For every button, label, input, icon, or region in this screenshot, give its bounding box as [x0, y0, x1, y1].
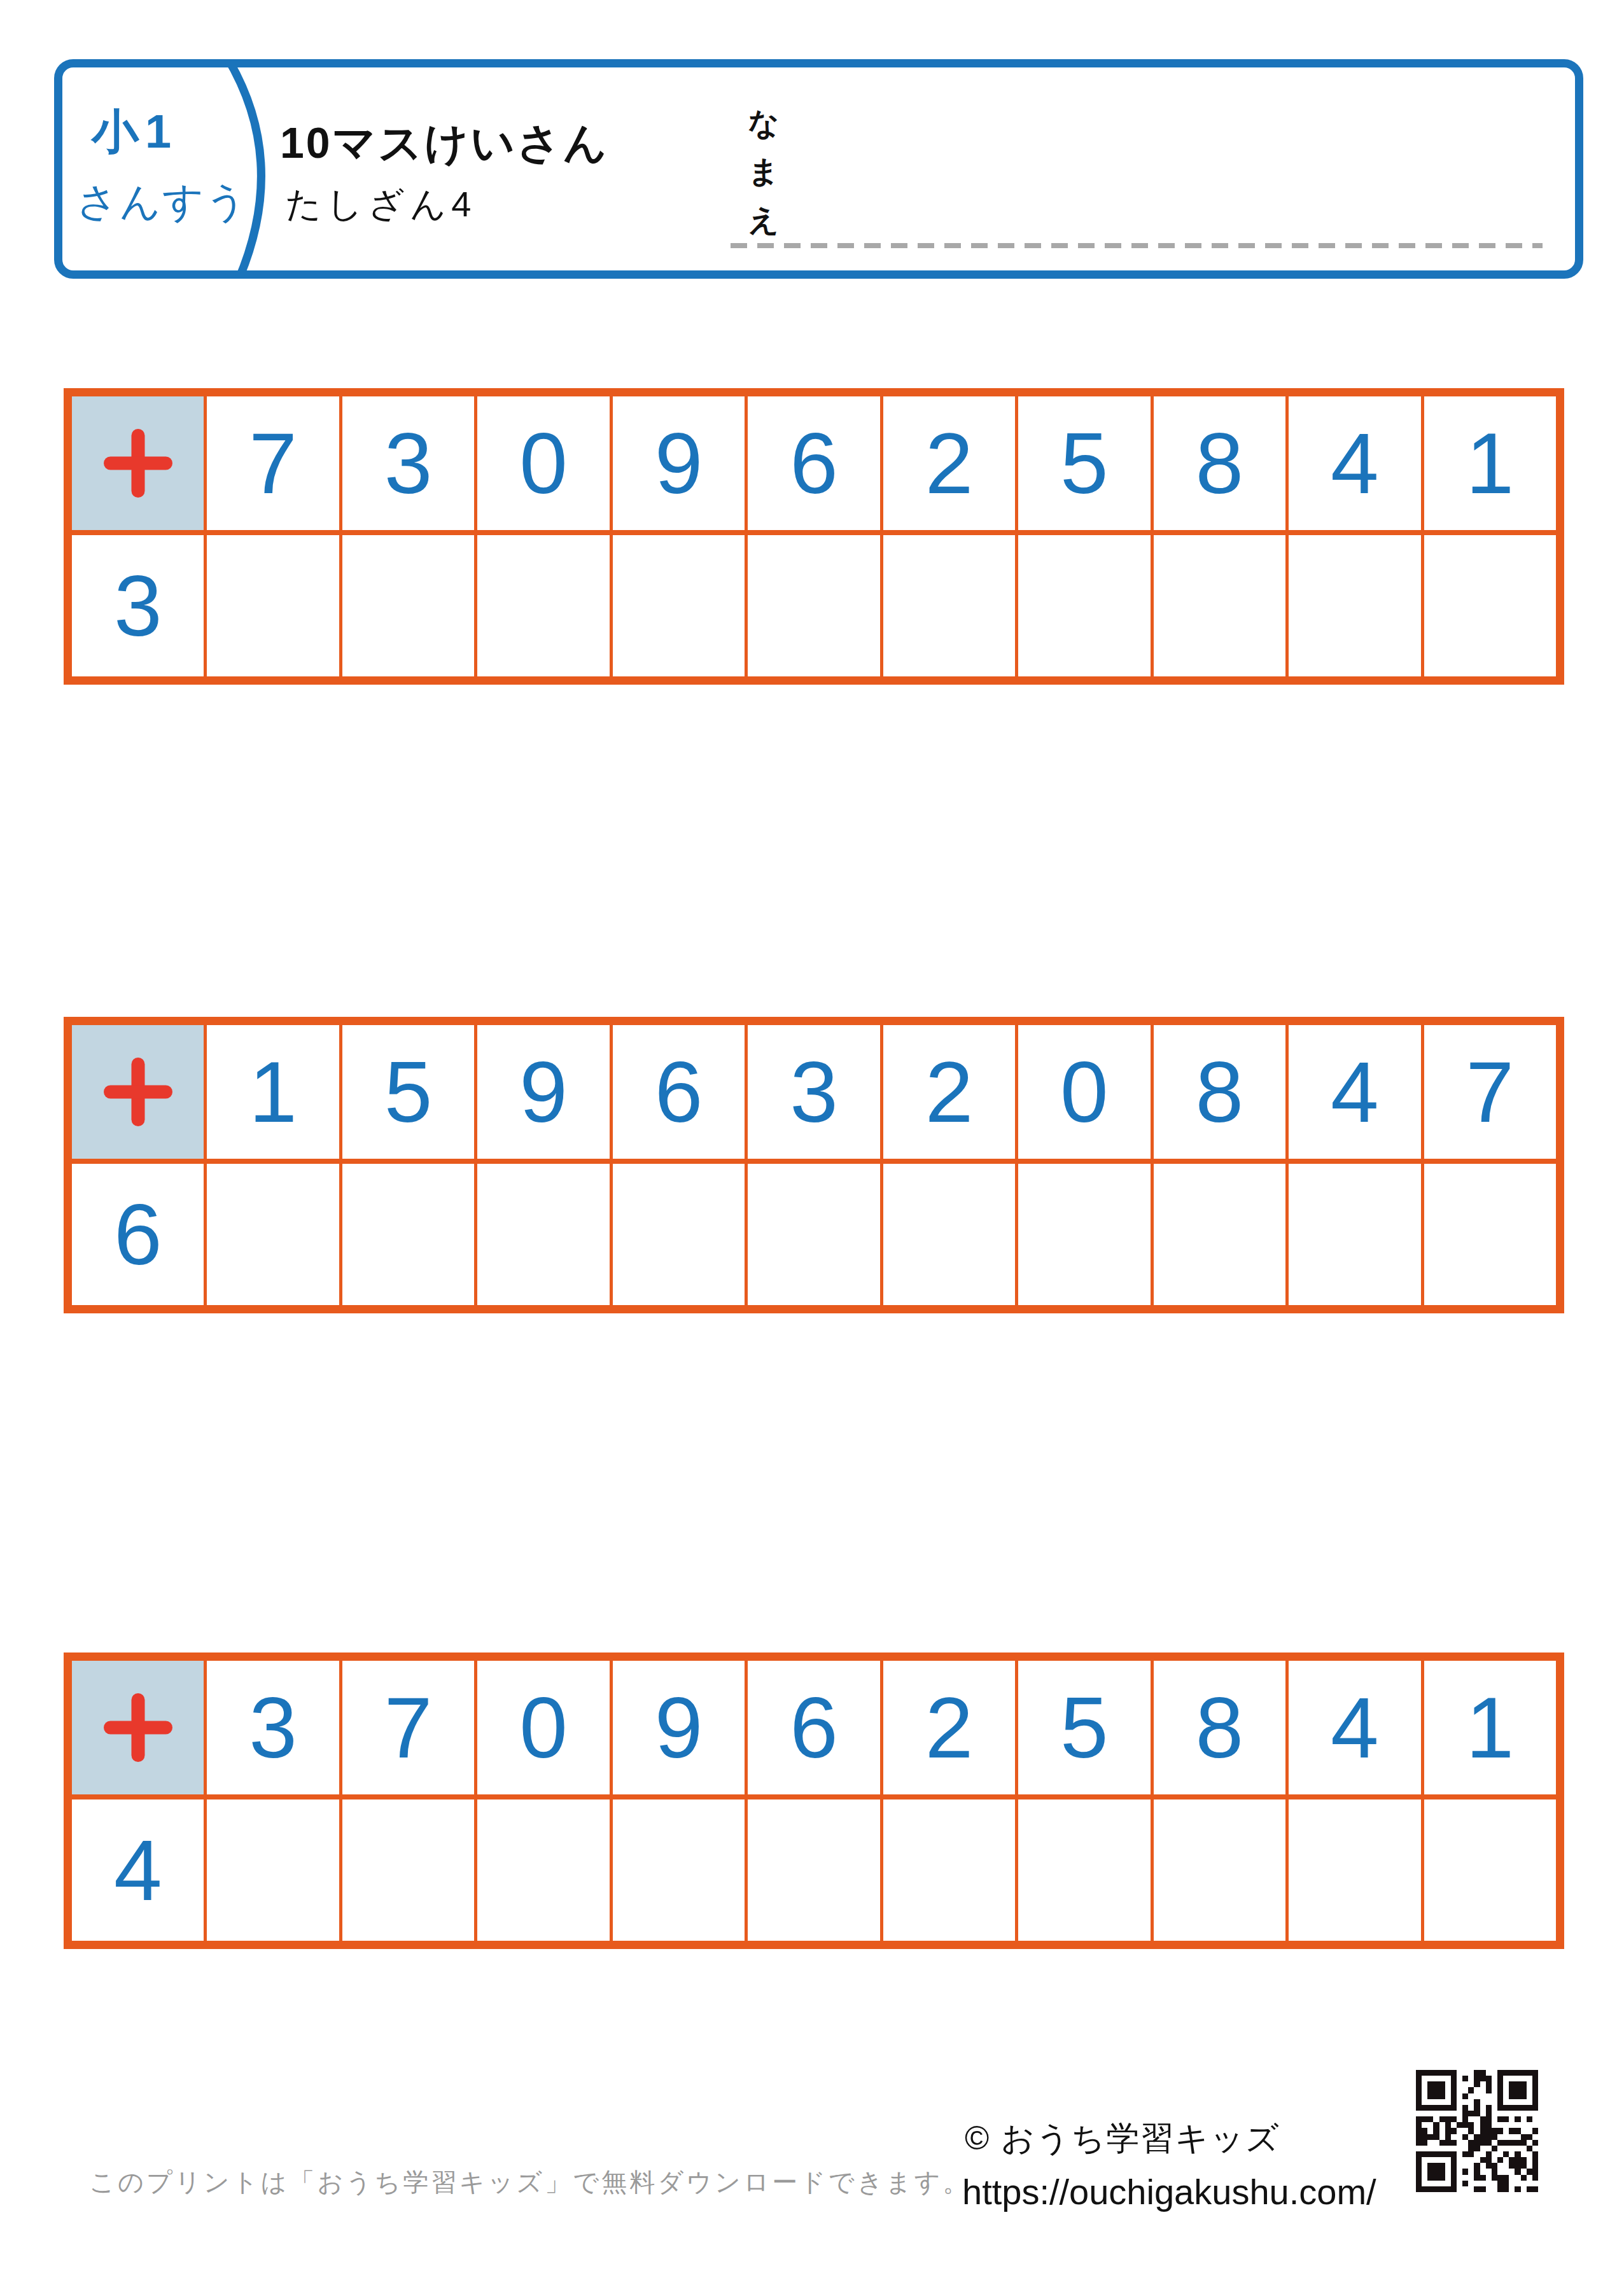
worksheet-page: 小1 さんすう 10マスけいさん たしざん4 な ま え 73096258413… — [0, 0, 1624, 2278]
answer-cell[interactable] — [613, 1164, 745, 1305]
top-number-cell: 9 — [613, 396, 745, 530]
top-number-cell: 4 — [1289, 396, 1420, 530]
plus-icon — [104, 1058, 172, 1126]
answer-cell[interactable] — [1018, 1164, 1150, 1305]
answer-cell[interactable] — [1154, 1799, 1285, 1941]
answer-cell[interactable] — [1424, 1799, 1556, 1941]
top-number-cell: 2 — [883, 396, 1015, 530]
top-number-cell: 1 — [207, 1025, 339, 1159]
answer-cell[interactable] — [748, 1799, 879, 1941]
top-number-cell: 5 — [1018, 1661, 1150, 1794]
addition-grid-2: 15963208476 — [64, 1017, 1564, 1313]
top-number-cell: 2 — [883, 1025, 1015, 1159]
name-label-char: え — [747, 196, 780, 244]
addition-grid-3: 37096258414 — [64, 1653, 1564, 1949]
answer-cell[interactable] — [748, 1164, 879, 1305]
answer-cell[interactable] — [1018, 535, 1150, 676]
answer-cell[interactable] — [1018, 1799, 1150, 1941]
answer-cell[interactable] — [883, 1164, 1015, 1305]
addition-grid-1: 73096258413 — [64, 388, 1564, 685]
operator-cell — [72, 1661, 204, 1794]
answer-cell[interactable] — [1289, 1799, 1420, 1941]
addend-cell: 4 — [72, 1799, 204, 1941]
top-number-cell: 7 — [207, 396, 339, 530]
answer-cell[interactable] — [342, 1164, 474, 1305]
answer-cell[interactable] — [1154, 535, 1285, 676]
answer-cell[interactable] — [342, 1799, 474, 1941]
answer-cell[interactable] — [1154, 1164, 1285, 1305]
answer-cell[interactable] — [1289, 535, 1420, 676]
name-entry-line[interactable] — [731, 243, 1543, 248]
subject-badge-label: さんすう — [76, 174, 248, 230]
top-number-cell: 0 — [477, 1661, 609, 1794]
operator-cell — [72, 1025, 204, 1159]
answer-cell[interactable] — [1424, 535, 1556, 676]
top-number-cell: 6 — [748, 396, 879, 530]
top-number-cell: 5 — [1018, 396, 1150, 530]
operator-cell — [72, 396, 204, 530]
top-number-cell: 2 — [883, 1661, 1015, 1794]
answer-cell[interactable] — [613, 535, 745, 676]
top-number-cell: 9 — [477, 1025, 609, 1159]
answer-cell[interactable] — [207, 1799, 339, 1941]
grade-badge-label: 小1 — [92, 101, 178, 164]
answer-cell[interactable] — [207, 1164, 339, 1305]
top-number-cell: 8 — [1154, 1025, 1285, 1159]
top-number-cell: 9 — [613, 1661, 745, 1794]
top-number-cell: 8 — [1154, 1661, 1285, 1794]
worksheet-title: 10マスけいさん — [280, 115, 609, 172]
addend-cell: 6 — [72, 1164, 204, 1305]
top-number-cell: 3 — [207, 1661, 339, 1794]
answer-cell[interactable] — [613, 1799, 745, 1941]
site-url-text: https://ouchigakushu.com/ — [962, 2171, 1376, 2212]
top-number-cell: 1 — [1424, 1661, 1556, 1794]
copyright-text: © おうち学習キッズ — [965, 2116, 1280, 2161]
answer-cell[interactable] — [883, 1799, 1015, 1941]
plus-icon — [104, 429, 172, 498]
top-number-cell: 1 — [1424, 396, 1556, 530]
answer-cell[interactable] — [1289, 1164, 1420, 1305]
download-note: このプリントは「おうち学習キッズ」で無料ダウンロードできます。 — [89, 2165, 971, 2200]
top-number-cell: 4 — [1289, 1025, 1420, 1159]
top-number-cell: 8 — [1154, 396, 1285, 530]
top-number-cell: 3 — [748, 1025, 879, 1159]
top-number-cell: 3 — [342, 396, 474, 530]
top-number-cell: 7 — [1424, 1025, 1556, 1159]
answer-cell[interactable] — [883, 535, 1015, 676]
top-number-cell: 4 — [1289, 1661, 1420, 1794]
top-number-cell: 0 — [1018, 1025, 1150, 1159]
answer-cell[interactable] — [748, 535, 879, 676]
answer-cell[interactable] — [477, 1164, 609, 1305]
top-number-cell: 0 — [477, 396, 609, 530]
top-number-cell: 6 — [748, 1661, 879, 1794]
top-number-cell: 7 — [342, 1661, 474, 1794]
qr-code — [1416, 2070, 1538, 2192]
answer-cell[interactable] — [207, 535, 339, 676]
name-field: な ま え — [747, 99, 1574, 265]
top-number-cell: 5 — [342, 1025, 474, 1159]
addend-cell: 3 — [72, 535, 204, 676]
plus-icon — [104, 1693, 172, 1762]
answer-cell[interactable] — [342, 535, 474, 676]
name-label-char: ま — [747, 148, 780, 196]
answer-cell[interactable] — [477, 1799, 609, 1941]
top-number-cell: 6 — [613, 1025, 745, 1159]
name-label-char: な — [747, 99, 780, 148]
answer-cell[interactable] — [477, 535, 609, 676]
worksheet-subtitle: たしざん4 — [285, 181, 476, 229]
answer-cell[interactable] — [1424, 1164, 1556, 1305]
name-label: な ま え — [747, 99, 1574, 244]
header-box: 小1 さんすう 10マスけいさん たしざん4 な ま え — [54, 59, 1583, 279]
